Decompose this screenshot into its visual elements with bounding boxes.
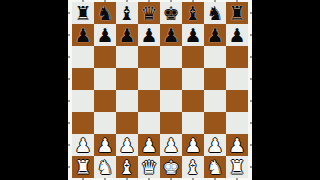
square-h1[interactable]: ♜	[226, 156, 248, 178]
square-e2[interactable]: ♟	[160, 134, 182, 156]
square-g6[interactable]	[204, 46, 226, 68]
square-a5[interactable]	[72, 68, 94, 90]
white-knight: ♞	[96, 156, 113, 178]
white-knight: ♞	[206, 156, 223, 178]
tick-mark	[68, 12, 70, 14]
square-c2[interactable]: ♟	[116, 134, 138, 156]
chess-board: ♜♞♝♛♚♝♞♜♟♟♟♟♟♟♟♟♟♟♟♟♟♟♟♟♜♞♝♛♚♝♞♜	[72, 2, 248, 178]
square-d2[interactable]: ♟	[138, 134, 160, 156]
square-g3[interactable]	[204, 112, 226, 134]
square-a7[interactable]: ♟	[72, 24, 94, 46]
white-king: ♚	[162, 156, 179, 178]
white-pawn: ♟	[162, 134, 179, 156]
square-g7[interactable]: ♟	[204, 24, 226, 46]
square-a8[interactable]: ♜	[72, 2, 94, 24]
white-queen: ♛	[140, 156, 157, 178]
square-e5[interactable]	[160, 68, 182, 90]
square-g1[interactable]: ♞	[204, 156, 226, 178]
tick-mark	[104, 0, 106, 2]
black-pawn: ♟	[118, 24, 135, 46]
square-b7[interactable]: ♟	[94, 24, 116, 46]
tick-mark	[250, 12, 252, 14]
black-rook: ♜	[228, 2, 245, 24]
square-c5[interactable]	[116, 68, 138, 90]
tick-mark	[192, 0, 194, 2]
square-a3[interactable]	[72, 112, 94, 134]
black-pawn: ♟	[140, 24, 157, 46]
tick-mark	[68, 166, 70, 168]
black-rook: ♜	[74, 2, 91, 24]
square-f7[interactable]: ♟	[182, 24, 204, 46]
square-h6[interactable]	[226, 46, 248, 68]
tick-mark	[250, 144, 252, 146]
black-queen: ♛	[140, 2, 157, 24]
tick-mark	[68, 100, 70, 102]
white-pawn: ♟	[184, 134, 201, 156]
square-a6[interactable]	[72, 46, 94, 68]
tick-mark	[82, 0, 84, 2]
black-pawn: ♟	[162, 24, 179, 46]
tick-mark	[192, 178, 194, 180]
black-bishop: ♝	[118, 2, 135, 24]
white-pawn: ♟	[206, 134, 223, 156]
tick-mark	[104, 178, 106, 180]
white-bishop: ♝	[184, 156, 201, 178]
square-f6[interactable]	[182, 46, 204, 68]
square-e8[interactable]: ♚	[160, 2, 182, 24]
square-d1[interactable]: ♛	[138, 156, 160, 178]
tick-mark	[214, 0, 216, 2]
square-b2[interactable]: ♟	[94, 134, 116, 156]
white-pawn: ♟	[118, 134, 135, 156]
white-rook: ♜	[228, 156, 245, 178]
tick-mark	[250, 122, 252, 124]
tick-mark	[68, 122, 70, 124]
square-h8[interactable]: ♜	[226, 2, 248, 24]
square-b6[interactable]	[94, 46, 116, 68]
tick-mark	[68, 144, 70, 146]
black-pawn: ♟	[74, 24, 91, 46]
tick-mark	[126, 178, 128, 180]
white-pawn: ♟	[140, 134, 157, 156]
square-f1[interactable]: ♝	[182, 156, 204, 178]
tick-mark	[82, 178, 84, 180]
tick-mark	[170, 178, 172, 180]
black-knight: ♞	[96, 2, 113, 24]
tick-mark	[250, 56, 252, 58]
square-d8[interactable]: ♛	[138, 2, 160, 24]
square-e7[interactable]: ♟	[160, 24, 182, 46]
tick-mark	[236, 178, 238, 180]
square-c6[interactable]	[116, 46, 138, 68]
tick-mark	[250, 78, 252, 80]
square-d4[interactable]	[138, 90, 160, 112]
square-g4[interactable]	[204, 90, 226, 112]
square-h5[interactable]	[226, 68, 248, 90]
square-a1[interactable]: ♜	[72, 156, 94, 178]
tick-mark	[68, 56, 70, 58]
square-b1[interactable]: ♞	[94, 156, 116, 178]
tick-mark	[148, 178, 150, 180]
square-d5[interactable]	[138, 68, 160, 90]
white-pawn: ♟	[74, 134, 91, 156]
square-d3[interactable]	[138, 112, 160, 134]
square-g2[interactable]: ♟	[204, 134, 226, 156]
square-b8[interactable]: ♞	[94, 2, 116, 24]
square-e3[interactable]	[160, 112, 182, 134]
square-h3[interactable]	[226, 112, 248, 134]
tick-mark	[250, 34, 252, 36]
square-c1[interactable]: ♝	[116, 156, 138, 178]
square-h4[interactable]	[226, 90, 248, 112]
square-f8[interactable]: ♝	[182, 2, 204, 24]
white-rook: ♜	[74, 156, 91, 178]
square-b5[interactable]	[94, 68, 116, 90]
black-pawn: ♟	[96, 24, 113, 46]
tick-mark	[236, 0, 238, 2]
square-f2[interactable]: ♟	[182, 134, 204, 156]
square-f3[interactable]	[182, 112, 204, 134]
black-bishop: ♝	[184, 2, 201, 24]
square-a4[interactable]	[72, 90, 94, 112]
square-h2[interactable]: ♟	[226, 134, 248, 156]
white-pawn: ♟	[228, 134, 245, 156]
tick-mark	[148, 0, 150, 2]
board-frame: ♜♞♝♛♚♝♞♜♟♟♟♟♟♟♟♟♟♟♟♟♟♟♟♟♜♞♝♛♚♝♞♜	[68, 0, 252, 180]
square-g8[interactable]: ♞	[204, 2, 226, 24]
square-h7[interactable]: ♟	[226, 24, 248, 46]
square-c3[interactable]	[116, 112, 138, 134]
white-bishop: ♝	[118, 156, 135, 178]
tick-mark	[250, 166, 252, 168]
square-c4[interactable]	[116, 90, 138, 112]
tick-mark	[250, 100, 252, 102]
square-c7[interactable]: ♟	[116, 24, 138, 46]
black-king: ♚	[162, 2, 179, 24]
square-a2[interactable]: ♟	[72, 134, 94, 156]
tick-mark	[170, 0, 172, 2]
square-f5[interactable]	[182, 68, 204, 90]
white-pawn: ♟	[96, 134, 113, 156]
black-pawn: ♟	[206, 24, 223, 46]
tick-mark	[126, 0, 128, 2]
square-b4[interactable]	[94, 90, 116, 112]
black-knight: ♞	[206, 2, 223, 24]
tick-mark	[214, 178, 216, 180]
black-pawn: ♟	[228, 24, 245, 46]
tick-mark	[68, 34, 70, 36]
square-e4[interactable]	[160, 90, 182, 112]
square-c8[interactable]: ♝	[116, 2, 138, 24]
square-e6[interactable]	[160, 46, 182, 68]
square-f4[interactable]	[182, 90, 204, 112]
square-d7[interactable]: ♟	[138, 24, 160, 46]
letterbox-background: ♜♞♝♛♚♝♞♜♟♟♟♟♟♟♟♟♟♟♟♟♟♟♟♟♜♞♝♛♚♝♞♜	[0, 0, 320, 180]
black-pawn: ♟	[184, 24, 201, 46]
square-e1[interactable]: ♚	[160, 156, 182, 178]
square-d6[interactable]	[138, 46, 160, 68]
square-g5[interactable]	[204, 68, 226, 90]
tick-mark	[68, 78, 70, 80]
square-b3[interactable]	[94, 112, 116, 134]
